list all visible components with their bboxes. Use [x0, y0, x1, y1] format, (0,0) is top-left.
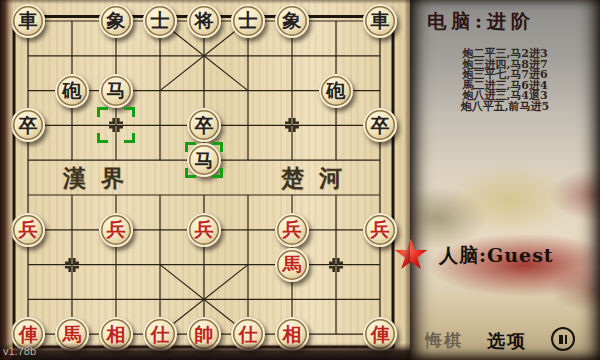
board-point-3-8[interactable] — [138, 282, 182, 317]
last-move-marker-from — [97, 107, 135, 143]
board-point-5-9[interactable]: 仕 — [226, 317, 270, 352]
board-point-7-5[interactable] — [314, 178, 358, 213]
board-point-2-6[interactable]: 兵 — [94, 212, 138, 247]
piece-char: 砲 — [63, 81, 82, 100]
piece-black-elephant[interactable]: 象 — [99, 4, 133, 38]
piece-red-soldier[interactable]: 兵 — [187, 213, 221, 247]
piece-char: 相 — [107, 324, 126, 343]
board-points: 車象士将士象車砲马砲卒卒卒马兵兵兵兵兵馬俥馬相仕帥仕相俥 — [6, 4, 402, 352]
piece-char: 車 — [19, 11, 38, 30]
piece-red-soldier[interactable]: 兵 — [363, 213, 397, 247]
board-point-1-9[interactable]: 馬 — [50, 317, 94, 352]
board-point-8-2[interactable] — [358, 73, 402, 108]
board-point-3-5[interactable] — [138, 178, 182, 213]
board-point-5-1[interactable] — [226, 38, 270, 73]
board-point-1-7[interactable] — [50, 247, 94, 282]
board-point-0-7[interactable] — [6, 247, 50, 282]
piece-red-elephant[interactable]: 相 — [99, 317, 133, 351]
board-point-4-1[interactable] — [182, 38, 226, 73]
piece-black-soldier[interactable]: 卒 — [11, 108, 45, 142]
piece-black-cannon[interactable]: 砲 — [55, 74, 89, 108]
piece-char: 帥 — [195, 324, 214, 343]
board-point-5-7[interactable] — [226, 247, 270, 282]
computer-level-label: 电脑:进阶 — [427, 9, 535, 35]
board-point-0-8[interactable] — [6, 282, 50, 317]
board-point-0-6[interactable]: 兵 — [6, 212, 50, 247]
piece-red-soldier[interactable]: 兵 — [99, 213, 133, 247]
piece-char: 兵 — [19, 220, 38, 239]
piece-red-advisor[interactable]: 仕 — [143, 317, 177, 351]
piece-char: 士 — [151, 11, 170, 30]
board-point-6-2[interactable] — [270, 73, 314, 108]
board-point-1-6[interactable] — [50, 212, 94, 247]
piece-black-advisor[interactable]: 士 — [231, 4, 265, 38]
board-point-8-7[interactable] — [358, 247, 402, 282]
piece-black-horse[interactable]: 马 — [187, 143, 221, 177]
board-point-3-4[interactable] — [138, 143, 182, 178]
board-point-5-5[interactable] — [226, 178, 270, 213]
board-point-2-3[interactable] — [94, 108, 138, 143]
piece-black-soldier[interactable]: 卒 — [187, 108, 221, 142]
point-marker — [63, 256, 81, 274]
board-point-1-5[interactable] — [50, 178, 94, 213]
piece-char: 卒 — [195, 115, 214, 134]
board-point-4-9[interactable]: 帥 — [182, 317, 226, 352]
human-player-row: 人脑:Guest — [410, 236, 600, 272]
board-point-4-6[interactable]: 兵 — [182, 212, 226, 247]
board-point-4-4[interactable]: 马 — [182, 143, 226, 178]
board-point-0-4[interactable] — [6, 143, 50, 178]
piece-char: 马 — [195, 150, 214, 169]
sidebar: 电脑:进阶 炮二平三,马2进3炮三进四,马8进7炮三平七,马7进6馬二进三,马6… — [410, 0, 600, 360]
piece-char: 卒 — [371, 115, 390, 134]
board-point-3-2[interactable] — [138, 73, 182, 108]
piece-red-advisor[interactable]: 仕 — [231, 317, 265, 351]
board-point-3-3[interactable] — [138, 108, 182, 143]
board-point-1-2[interactable]: 砲 — [50, 73, 94, 108]
board-point-7-0[interactable] — [314, 4, 358, 39]
board-point-2-2[interactable]: 马 — [94, 73, 138, 108]
piece-black-soldier[interactable]: 卒 — [363, 108, 397, 142]
board-point-0-0[interactable]: 車 — [6, 4, 50, 39]
board-point-1-0[interactable] — [50, 4, 94, 39]
point-marker — [107, 116, 125, 134]
board-point-4-0[interactable]: 将 — [182, 4, 226, 39]
board-point-4-2[interactable] — [182, 73, 226, 108]
piece-char: 馬 — [283, 255, 302, 274]
board-point-7-7[interactable] — [314, 247, 358, 282]
piece-black-horse[interactable]: 马 — [99, 74, 133, 108]
board-point-2-9[interactable]: 相 — [94, 317, 138, 352]
board-point-5-2[interactable] — [226, 73, 270, 108]
board-point-3-0[interactable]: 士 — [138, 4, 182, 39]
board-point-0-1[interactable] — [6, 38, 50, 73]
board-point-5-3[interactable] — [226, 108, 270, 143]
piece-red-elephant[interactable]: 相 — [275, 317, 309, 351]
piece-char: 相 — [283, 324, 302, 343]
board-point-6-9[interactable]: 相 — [270, 317, 314, 352]
board-point-4-8[interactable] — [182, 282, 226, 317]
board-point-7-4[interactable] — [314, 143, 358, 178]
piece-char: 俥 — [19, 324, 38, 343]
board-point-7-6[interactable] — [314, 212, 358, 247]
piece-char: 馬 — [63, 324, 82, 343]
board-point-5-6[interactable] — [226, 212, 270, 247]
board-point-6-7[interactable]: 馬 — [270, 247, 314, 282]
point-marker — [283, 116, 301, 134]
board-point-8-1[interactable] — [358, 38, 402, 73]
board-point-0-2[interactable] — [6, 73, 50, 108]
piece-char: 卒 — [19, 115, 38, 134]
piece-char: 兵 — [283, 220, 302, 239]
board-point-0-3[interactable]: 卒 — [6, 108, 50, 143]
piece-black-advisor[interactable]: 士 — [143, 4, 177, 38]
board-point-6-5[interactable] — [270, 178, 314, 213]
board-point-6-3[interactable] — [270, 108, 314, 143]
board-point-6-8[interactable] — [270, 282, 314, 317]
piece-char: 士 — [239, 11, 258, 30]
board-point-2-0[interactable]: 象 — [94, 4, 138, 39]
piece-char: 兵 — [107, 220, 126, 239]
piece-char: 兵 — [195, 220, 214, 239]
board-point-8-4[interactable] — [358, 143, 402, 178]
piece-red-general[interactable]: 帥 — [187, 317, 221, 351]
move-entry: 炮八平五,前马进5 — [410, 102, 600, 113]
piece-black-elephant[interactable]: 象 — [275, 4, 309, 38]
board-point-7-9[interactable] — [314, 317, 358, 352]
board-point-3-6[interactable] — [138, 212, 182, 247]
board-point-1-3[interactable] — [50, 108, 94, 143]
board-point-2-5[interactable] — [94, 178, 138, 213]
options-button[interactable]: 选项 — [487, 329, 527, 353]
board-point-7-2[interactable]: 砲 — [314, 73, 358, 108]
piece-char: 象 — [107, 11, 126, 30]
board-point-2-8[interactable] — [94, 282, 138, 317]
undo-button[interactable]: 悔棋 — [425, 329, 463, 352]
human-player-label: 人脑:Guest — [439, 243, 554, 269]
board-point-6-6[interactable]: 兵 — [270, 212, 314, 247]
board-point-2-1[interactable] — [94, 38, 138, 73]
piece-char: 将 — [195, 11, 214, 30]
board-point-7-1[interactable] — [314, 38, 358, 73]
piece-red-horse[interactable]: 馬 — [55, 317, 89, 351]
piece-red-soldier[interactable]: 兵 — [11, 213, 45, 247]
board-point-5-4[interactable] — [226, 143, 270, 178]
piece-black-cannon[interactable]: 砲 — [319, 74, 353, 108]
piece-char: 兵 — [371, 220, 390, 239]
piece-red-horse[interactable]: 馬 — [275, 248, 309, 282]
piece-black-general[interactable]: 将 — [187, 4, 221, 38]
board-point-6-0[interactable]: 象 — [270, 4, 314, 39]
board-point-4-5[interactable] — [182, 178, 226, 213]
point-marker — [327, 256, 345, 274]
board-point-1-8[interactable] — [50, 282, 94, 317]
piece-red-soldier[interactable]: 兵 — [275, 213, 309, 247]
board-point-6-1[interactable] — [270, 38, 314, 73]
board-point-5-8[interactable] — [226, 282, 270, 317]
piece-red-chariot[interactable]: 俥 — [363, 317, 397, 351]
piece-char: 車 — [371, 11, 390, 30]
board-point-6-4[interactable] — [270, 143, 314, 178]
piece-char: 仕 — [239, 324, 258, 343]
board-point-0-5[interactable] — [6, 178, 50, 213]
board-point-5-0[interactable]: 士 — [226, 4, 270, 39]
board-point-3-9[interactable]: 仕 — [138, 317, 182, 352]
board-point-1-4[interactable] — [50, 143, 94, 178]
board-point-1-1[interactable] — [50, 38, 94, 73]
board-point-2-7[interactable] — [94, 247, 138, 282]
board-point-2-4[interactable] — [94, 143, 138, 178]
board-point-4-3[interactable]: 卒 — [182, 108, 226, 143]
bottom-toolbar: 悔棋 选项 — [410, 326, 600, 354]
board-point-7-8[interactable] — [314, 282, 358, 317]
piece-char: 俥 — [371, 324, 390, 343]
board-point-8-5[interactable] — [358, 178, 402, 213]
piece-black-chariot[interactable]: 車 — [11, 4, 45, 38]
board-point-8-3[interactable]: 卒 — [358, 108, 402, 143]
board-point-8-6[interactable]: 兵 — [358, 212, 402, 247]
board-point-8-8[interactable] — [358, 282, 402, 317]
move-history: 炮二平三,马2进3炮三进四,马8进7炮三平七,马7进6馬二进三,马6进4炮八进三… — [410, 49, 600, 112]
board-point-8-9[interactable]: 俥 — [358, 317, 402, 352]
piece-char: 砲 — [327, 81, 346, 100]
board-point-4-7[interactable] — [182, 247, 226, 282]
board-point-7-3[interactable] — [314, 108, 358, 143]
app-window: 車象士将士象車砲马砲卒卒卒马兵兵兵兵兵馬俥馬相仕帥仕相俥 漢界 楚河 v1.78… — [0, 0, 600, 360]
pause-icon[interactable] — [551, 327, 575, 351]
version-label: v1.78b — [3, 345, 36, 357]
piece-char: 象 — [283, 11, 302, 30]
board-point-3-1[interactable] — [138, 38, 182, 73]
piece-char: 马 — [107, 81, 126, 100]
board-point-8-0[interactable]: 車 — [358, 4, 402, 39]
piece-char: 仕 — [151, 324, 170, 343]
piece-black-chariot[interactable]: 車 — [363, 4, 397, 38]
board-point-3-7[interactable] — [138, 247, 182, 282]
xiangqi-board: 車象士将士象車砲马砲卒卒卒马兵兵兵兵兵馬俥馬相仕帥仕相俥 漢界 楚河 v1.78… — [0, 0, 410, 360]
